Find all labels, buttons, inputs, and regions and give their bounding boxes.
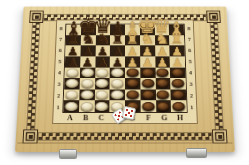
dark-checker-h4 (171, 68, 184, 77)
dark-checker-h3 (172, 79, 185, 88)
rank-label-7-right: 7 (185, 34, 194, 45)
light-checker-b3 (81, 79, 94, 88)
light-checker-c1 (96, 102, 109, 111)
light-rook-e7: ♜ (126, 33, 140, 46)
square-f8: ♚ (140, 25, 155, 35)
ribbon-border-bottom (39, 133, 212, 140)
file-label-b: B (78, 113, 94, 123)
ribbon-border-left (27, 22, 39, 131)
square-e7: ♜ (125, 35, 140, 46)
dark-checker-g3 (157, 79, 170, 88)
dark-knight-b7: ♞ (81, 32, 96, 46)
dark-checker-h1 (172, 102, 185, 111)
rank-label-1-left: 1 (54, 101, 63, 113)
file-label-f: F (141, 113, 157, 123)
light-checker-c2 (96, 90, 109, 99)
light-checker-a1 (65, 102, 78, 111)
rank-label-1-right: 1 (187, 101, 196, 113)
square-f3 (140, 78, 155, 89)
square-e6: ♟ (125, 46, 140, 57)
square-d8: ♝ (110, 25, 125, 35)
light-bishop-e8: ♝ (124, 19, 141, 36)
square-a6: ♟ (65, 46, 80, 57)
square-b6: ♟ (80, 46, 95, 57)
square-c3 (95, 78, 110, 89)
square-e2 (125, 89, 140, 100)
square-c4 (95, 67, 110, 78)
chess-checkers-board: 87654321 ♝♚♛♝♝♚♛♝♜♞♞♜♜♞♞♜♟♟♟♟♟♟♟♟♟♟♟♟♟♟♟… (15, 7, 235, 152)
square-b4 (80, 67, 95, 78)
square-a1 (63, 101, 79, 112)
square-a2 (64, 89, 80, 100)
square-a8: ♝ (66, 25, 81, 35)
ribbon-border-right (211, 22, 223, 131)
square-c6: ♟ (95, 46, 110, 57)
corner-motif-top-left (29, 11, 44, 23)
light-knight-g7: ♞ (155, 32, 170, 46)
square-g6: ♟ (155, 46, 170, 57)
square-d6: ♟ (110, 46, 125, 57)
light-checker-c3 (96, 79, 109, 88)
dark-checker-g1 (157, 102, 170, 111)
square-d3 (110, 78, 125, 89)
light-checker-d4 (111, 68, 123, 77)
dark-rook-a7: ♜ (66, 33, 80, 46)
square-b3 (79, 78, 94, 89)
square-b7: ♞ (80, 35, 95, 46)
square-b1 (79, 101, 95, 112)
square-d4 (110, 67, 125, 78)
square-a3 (64, 78, 80, 89)
light-knight-f7: ♞ (140, 32, 155, 46)
square-d5: ♟ (110, 56, 125, 67)
dark-bishop-d8: ♝ (109, 19, 126, 36)
corner-motif-top-right (206, 11, 221, 23)
square-a4 (65, 67, 80, 78)
square-h5: ♟ (170, 56, 185, 67)
dark-checker-e2 (126, 90, 139, 99)
board-grid: ♝♚♛♝♝♚♛♝♜♞♞♜♜♞♞♜♟♟♟♟♟♟♟♟♟♟♟♟♟♟♟♟ (62, 24, 187, 113)
board-front-edge-seam (17, 143, 232, 144)
square-b5: ♟ (80, 56, 95, 67)
dark-checker-f1 (142, 102, 155, 111)
file-label-h: H (172, 113, 188, 123)
hinge-right (186, 148, 207, 158)
light-checker-c4 (96, 68, 109, 77)
light-rook-h7: ♜ (170, 33, 184, 46)
file-label-g: G (156, 113, 172, 123)
file-label-c: C (94, 113, 110, 123)
light-checker-a4 (66, 68, 79, 77)
square-h6: ♟ (170, 46, 185, 57)
rank-label-2-right: 2 (187, 90, 196, 102)
dark-checker-f2 (142, 90, 155, 99)
rank-label-4-right: 4 (186, 67, 195, 78)
square-f2 (140, 89, 155, 100)
square-h8: ♝ (169, 25, 184, 35)
square-g8: ♛ (154, 25, 169, 35)
square-f7: ♞ (140, 35, 155, 46)
rank-labels-right: 87654321 (185, 24, 197, 113)
rank-label-3-right: 3 (186, 78, 195, 89)
file-label-a: A (62, 113, 78, 123)
dark-checker-e4 (126, 68, 138, 77)
square-f5: ♟ (140, 56, 155, 67)
dark-checker-h2 (172, 90, 185, 99)
square-c5: ♟ (95, 56, 110, 67)
light-checker-b2 (80, 90, 93, 99)
die-right (122, 106, 136, 120)
square-b2 (79, 89, 95, 100)
square-c1 (94, 101, 110, 112)
square-h7: ♜ (169, 35, 184, 46)
dark-rook-d7: ♜ (111, 33, 125, 46)
square-b8: ♚ (81, 25, 96, 35)
light-checker-a2 (65, 90, 78, 99)
corner-motif-bottom-right (212, 129, 228, 143)
square-c2 (94, 89, 109, 100)
square-h1 (171, 101, 187, 112)
square-a7: ♜ (66, 35, 81, 46)
light-checker-b1 (80, 102, 93, 111)
square-d7: ♜ (110, 35, 125, 46)
square-f1 (140, 101, 156, 112)
square-g4 (155, 67, 170, 78)
square-g1 (156, 101, 172, 112)
dark-bishop-a8: ♝ (65, 19, 82, 36)
light-bishop-h8: ♝ (168, 19, 185, 36)
square-a5: ♟ (65, 56, 80, 67)
square-h2 (171, 89, 187, 100)
rank-label-6-right: 6 (185, 45, 194, 56)
rank-label-2-left: 2 (54, 90, 63, 102)
square-f6: ♟ (140, 46, 155, 57)
dark-checker-f4 (141, 68, 154, 77)
square-h3 (170, 78, 186, 89)
square-c7: ♞ (95, 35, 110, 46)
photo-stage: 87654321 ♝♚♛♝♝♚♛♝♜♞♞♜♜♞♞♜♟♟♟♟♟♟♟♟♟♟♟♟♟♟♟… (0, 0, 249, 165)
light-checker-a3 (66, 79, 79, 88)
dark-checker-g2 (157, 90, 170, 99)
square-f4 (140, 67, 155, 78)
square-h4 (170, 67, 185, 78)
dark-checker-f3 (141, 79, 154, 88)
square-g5: ♟ (155, 56, 170, 67)
square-e3 (125, 78, 140, 89)
light-checker-b4 (81, 68, 94, 77)
hinge-left (59, 149, 77, 159)
square-g2 (155, 89, 171, 100)
corner-motif-bottom-left (22, 129, 38, 143)
dark-checker-e3 (126, 79, 139, 88)
square-e8: ♝ (125, 25, 140, 35)
light-checker-d3 (111, 79, 124, 88)
rank-label-8-right: 8 (185, 24, 194, 35)
square-c8: ♛ (95, 25, 110, 35)
square-g3 (155, 78, 170, 89)
dark-checker-g4 (156, 68, 169, 77)
dark-knight-c7: ♞ (96, 32, 111, 46)
square-d2 (110, 89, 125, 100)
light-checker-d2 (111, 90, 124, 99)
square-e4 (125, 67, 140, 78)
square-e5: ♟ (125, 56, 140, 67)
rank-label-5-right: 5 (186, 56, 195, 67)
square-g7: ♞ (155, 35, 170, 46)
